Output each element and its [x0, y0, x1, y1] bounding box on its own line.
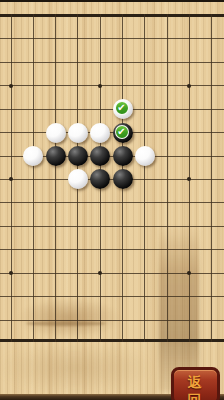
- grid-line-v: [55, 14, 56, 343]
- top-edge-strip: [0, 0, 224, 2]
- star-point: [187, 84, 191, 88]
- black-stone: [90, 146, 110, 166]
- white-stone: [90, 123, 110, 143]
- black-stone: [46, 146, 66, 166]
- black-stone: [68, 146, 88, 166]
- watermark-bottom-wash: [0, 344, 150, 392]
- return-button-label: 返回: [180, 374, 211, 400]
- return-button[interactable]: 返回: [171, 367, 220, 400]
- grid-line-v: [167, 14, 168, 343]
- grid-line-v: [33, 14, 34, 343]
- last-move-check-icon: ✔: [115, 101, 129, 115]
- star-point: [9, 177, 13, 181]
- star-point: [9, 84, 13, 88]
- white-stone: [23, 146, 43, 166]
- game-screen: ✔✔ 返回: [0, 0, 224, 400]
- star-point: [9, 271, 13, 275]
- star-point: [98, 271, 102, 275]
- black-stone: [90, 169, 110, 189]
- grid-line-v: [211, 14, 212, 343]
- white-stone: [46, 123, 66, 143]
- grid-line-v: [144, 14, 145, 343]
- white-stone: ✔: [113, 99, 133, 119]
- white-stone: [68, 169, 88, 189]
- black-stone: [113, 146, 133, 166]
- watermark-brush-stroke: [26, 321, 106, 326]
- white-stone: [68, 123, 88, 143]
- white-stone: [135, 146, 155, 166]
- last-move-check-icon: ✔: [115, 125, 129, 139]
- black-stone: [113, 169, 133, 189]
- star-point: [187, 177, 191, 181]
- black-stone: ✔: [113, 123, 133, 143]
- star-point: [187, 271, 191, 275]
- star-point: [98, 84, 102, 88]
